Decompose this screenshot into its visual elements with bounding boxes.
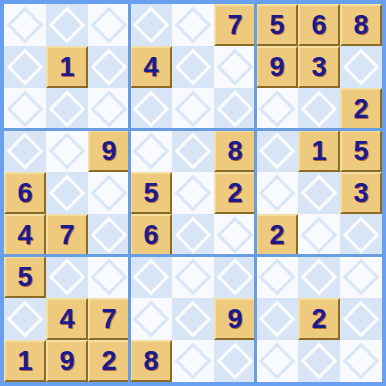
cell-r4c1[interactable] — [4, 130, 46, 172]
cell-r7c3[interactable] — [88, 256, 130, 298]
cell-r9c3: 2 — [88, 340, 130, 382]
cell-r3c5[interactable] — [172, 88, 214, 130]
diamond-icon — [91, 49, 128, 86]
diamond-icon — [133, 91, 170, 128]
diamond-icon — [175, 217, 212, 254]
diamond-icon — [7, 133, 44, 170]
cell-r1c5[interactable] — [172, 4, 214, 46]
cell-r3c3[interactable] — [88, 88, 130, 130]
cell-r5c9: 3 — [340, 172, 382, 214]
cell-r5c3[interactable] — [88, 172, 130, 214]
diamond-icon — [259, 343, 296, 380]
cell-r7c4[interactable] — [130, 256, 172, 298]
diamond-icon — [175, 259, 212, 296]
diamond-icon — [133, 301, 170, 338]
cell-r8c3: 7 — [88, 298, 130, 340]
diamond-icon — [133, 133, 170, 170]
cell-r7c9[interactable] — [340, 256, 382, 298]
cell-r6c4: 6 — [130, 214, 172, 256]
cell-r1c4[interactable] — [130, 4, 172, 46]
cell-r3c6[interactable] — [214, 88, 256, 130]
cell-r5c5[interactable] — [172, 172, 214, 214]
diamond-icon — [91, 7, 128, 44]
diamond-icon — [7, 91, 44, 128]
cell-r7c8[interactable] — [298, 256, 340, 298]
diamond-icon — [175, 7, 212, 44]
diamond-icon — [7, 49, 44, 86]
diamond-icon — [133, 7, 170, 44]
cell-r8c1[interactable] — [4, 298, 46, 340]
diamond-icon — [49, 259, 86, 296]
cell-r1c1[interactable] — [4, 4, 46, 46]
cell-r6c1: 4 — [4, 214, 46, 256]
cell-r4c6: 8 — [214, 130, 256, 172]
cell-r5c4: 5 — [130, 172, 172, 214]
cell-r2c3[interactable] — [88, 46, 130, 88]
cell-r3c8[interactable] — [298, 88, 340, 130]
diamond-icon — [259, 301, 296, 338]
sudoku-board: 756814932981565234762547921928 — [0, 0, 386, 386]
cell-r2c9[interactable] — [340, 46, 382, 88]
diamond-icon — [175, 49, 212, 86]
diamond-icon — [301, 343, 338, 380]
cell-r4c2[interactable] — [46, 130, 88, 172]
diamond-icon — [217, 49, 254, 86]
cell-r1c7: 5 — [256, 4, 298, 46]
diamond-icon — [217, 217, 254, 254]
cell-r9c1: 1 — [4, 340, 46, 382]
diamond-icon — [49, 133, 86, 170]
diamond-icon — [175, 343, 212, 380]
diamond-icon — [49, 91, 86, 128]
diamond-icon — [217, 91, 254, 128]
diamond-icon — [343, 343, 380, 380]
cell-r2c5[interactable] — [172, 46, 214, 88]
cell-r6c2: 7 — [46, 214, 88, 256]
diamond-icon — [259, 175, 296, 212]
cell-r4c8: 1 — [298, 130, 340, 172]
cell-r1c2[interactable] — [46, 4, 88, 46]
cell-r1c9: 8 — [340, 4, 382, 46]
cell-r5c1: 6 — [4, 172, 46, 214]
cell-r7c2[interactable] — [46, 256, 88, 298]
cell-r9c9[interactable] — [340, 340, 382, 382]
cell-r5c7[interactable] — [256, 172, 298, 214]
cell-r8c9[interactable] — [340, 298, 382, 340]
diamond-icon — [343, 259, 380, 296]
diamond-icon — [175, 175, 212, 212]
diamond-icon — [175, 301, 212, 338]
cell-r6c6[interactable] — [214, 214, 256, 256]
cell-r8c8: 2 — [298, 298, 340, 340]
cell-r2c8: 3 — [298, 46, 340, 88]
cell-r7c1: 5 — [4, 256, 46, 298]
cell-r2c1[interactable] — [4, 46, 46, 88]
cell-r9c8[interactable] — [298, 340, 340, 382]
cell-r5c6: 2 — [214, 172, 256, 214]
cell-r2c2: 1 — [46, 46, 88, 88]
cell-r9c5[interactable] — [172, 340, 214, 382]
diamond-icon — [91, 217, 128, 254]
diamond-icon — [259, 133, 296, 170]
diamond-icon — [343, 301, 380, 338]
cell-r5c8[interactable] — [298, 172, 340, 214]
diamond-icon — [7, 301, 44, 338]
diamond-icon — [217, 343, 254, 380]
cell-r4c4[interactable] — [130, 130, 172, 172]
cell-r1c3[interactable] — [88, 4, 130, 46]
cell-r3c1[interactable] — [4, 88, 46, 130]
diamond-icon — [7, 7, 44, 44]
cell-r5c2[interactable] — [46, 172, 88, 214]
diamond-icon — [301, 217, 338, 254]
cell-r4c7[interactable] — [256, 130, 298, 172]
diamond-icon — [343, 217, 380, 254]
cell-r8c5[interactable] — [172, 298, 214, 340]
cell-r6c7: 2 — [256, 214, 298, 256]
cell-r1c8: 6 — [298, 4, 340, 46]
diamond-icon — [175, 91, 212, 128]
diamond-icon — [133, 259, 170, 296]
diamond-icon — [91, 175, 128, 212]
cell-r8c4[interactable] — [130, 298, 172, 340]
cell-r1c6: 7 — [214, 4, 256, 46]
cell-r4c5[interactable] — [172, 130, 214, 172]
cell-r7c6[interactable] — [214, 256, 256, 298]
cell-r7c7[interactable] — [256, 256, 298, 298]
cell-r9c2: 9 — [46, 340, 88, 382]
cell-r8c7[interactable] — [256, 298, 298, 340]
cell-r9c7[interactable] — [256, 340, 298, 382]
diamond-icon — [259, 259, 296, 296]
cell-r9c4: 8 — [130, 340, 172, 382]
cell-r4c3: 9 — [88, 130, 130, 172]
cell-r3c4[interactable] — [130, 88, 172, 130]
diamond-icon — [91, 259, 128, 296]
diamond-icon — [49, 7, 86, 44]
cell-r6c3[interactable] — [88, 214, 130, 256]
cell-r3c2[interactable] — [46, 88, 88, 130]
diamond-icon — [301, 175, 338, 212]
diamond-icon — [259, 91, 296, 128]
diamond-icon — [301, 259, 338, 296]
diamond-icon — [301, 91, 338, 128]
cell-r7c5[interactable] — [172, 256, 214, 298]
cell-r2c4: 4 — [130, 46, 172, 88]
cell-r6c9[interactable] — [340, 214, 382, 256]
cell-r3c9: 2 — [340, 88, 382, 130]
cell-r4c9: 5 — [340, 130, 382, 172]
diamond-icon — [49, 175, 86, 212]
cell-r8c6: 9 — [214, 298, 256, 340]
cell-r2c6[interactable] — [214, 46, 256, 88]
cell-r6c8[interactable] — [298, 214, 340, 256]
cell-r2c7: 9 — [256, 46, 298, 88]
diamond-icon — [91, 91, 128, 128]
diamond-icon — [175, 133, 212, 170]
diamond-icon — [217, 259, 254, 296]
cell-r9c6[interactable] — [214, 340, 256, 382]
cell-r6c5[interactable] — [172, 214, 214, 256]
cell-r8c2: 4 — [46, 298, 88, 340]
cell-r3c7[interactable] — [256, 88, 298, 130]
diamond-icon — [343, 49, 380, 86]
